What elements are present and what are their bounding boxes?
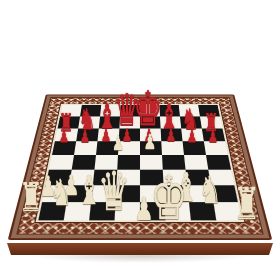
board-front-edge (7, 243, 273, 255)
square-f8 (159, 105, 180, 116)
square-b2 (67, 185, 93, 202)
checkerboard-grid (36, 104, 245, 222)
square-e6 (140, 129, 161, 142)
square-e7 (140, 116, 161, 128)
square-h7 (200, 116, 223, 128)
square-g3 (186, 170, 211, 186)
square-g6 (181, 129, 204, 142)
square-g5 (183, 141, 206, 155)
chess-board (8, 94, 273, 240)
square-d2 (116, 185, 140, 202)
square-e3 (140, 170, 164, 186)
square-e8 (140, 105, 160, 116)
square-a6 (55, 129, 78, 142)
square-c8 (100, 105, 121, 116)
square-c6 (97, 129, 119, 142)
square-h3 (208, 170, 234, 186)
square-e5 (140, 141, 162, 155)
square-c5 (96, 141, 119, 155)
square-e1 (140, 202, 165, 220)
square-e2 (140, 185, 164, 202)
square-a7 (58, 116, 81, 128)
square-c1 (89, 202, 115, 220)
square-a3 (46, 170, 72, 186)
square-b8 (80, 105, 101, 116)
square-d7 (119, 116, 140, 128)
square-d4 (117, 155, 140, 170)
square-e4 (140, 155, 163, 170)
square-h8 (198, 105, 220, 116)
square-f4 (162, 155, 186, 170)
square-a2 (42, 185, 69, 202)
square-g7 (180, 116, 202, 128)
square-h4 (206, 155, 231, 170)
square-f5 (161, 141, 184, 155)
square-a8 (60, 105, 82, 116)
square-g8 (179, 105, 200, 116)
square-f2 (164, 185, 189, 202)
square-h6 (202, 129, 225, 142)
square-f1 (164, 202, 190, 220)
square-g2 (187, 185, 213, 202)
square-d1 (115, 202, 140, 220)
square-c4 (94, 155, 118, 170)
square-f7 (160, 116, 181, 128)
square-b5 (74, 141, 97, 155)
square-a4 (49, 155, 74, 170)
square-c2 (91, 185, 116, 202)
square-h1 (213, 202, 241, 220)
square-a1 (38, 202, 66, 220)
chess-set-product-photo: ♛♚♝♝♞♞♜♜♟♟♟♟♟♟♟♟♟♟♟♟♝♞♝♞♜♛♟♜♚ (0, 0, 280, 280)
square-b3 (69, 170, 94, 186)
square-c7 (99, 116, 120, 128)
square-b6 (76, 129, 99, 142)
square-a5 (52, 141, 76, 155)
square-d3 (116, 170, 140, 186)
square-d6 (119, 129, 140, 142)
square-d5 (118, 141, 140, 155)
square-b7 (78, 116, 100, 128)
square-b4 (72, 155, 96, 170)
square-c3 (93, 170, 117, 186)
square-g4 (184, 155, 208, 170)
square-h5 (204, 141, 228, 155)
square-g1 (189, 202, 216, 220)
square-d8 (120, 105, 140, 116)
square-h2 (211, 185, 238, 202)
square-b1 (64, 202, 91, 220)
square-f6 (161, 129, 183, 142)
square-f3 (163, 170, 187, 186)
